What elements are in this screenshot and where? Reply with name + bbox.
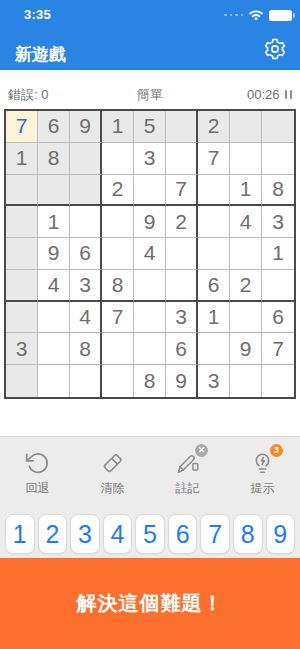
eraser-icon [99, 450, 126, 476]
erase-label: 清除 [101, 480, 125, 497]
cell-r3c7[interactable] [198, 175, 230, 207]
cell-r8c2[interactable] [38, 333, 70, 365]
cell-r3c2[interactable] [38, 175, 70, 207]
cell-r1c3[interactable]: 9 [70, 111, 102, 143]
cell-r6c8[interactable]: 2 [230, 270, 262, 302]
cell-r3c1[interactable] [6, 175, 38, 207]
cell-r1c2[interactable]: 6 [38, 111, 70, 143]
hint-label: 提示 [251, 480, 275, 497]
cell-r2c9[interactable] [262, 143, 294, 175]
undo-button[interactable]: 回退 [0, 450, 75, 497]
numpad-4[interactable]: 4 [103, 514, 133, 554]
cell-r8c6[interactable]: 6 [166, 333, 198, 365]
hint-bulb-icon: 3 [249, 450, 276, 476]
cell-r5c9[interactable]: 1 [262, 238, 294, 270]
cell-r2c5[interactable]: 3 [134, 143, 166, 175]
cell-r2c8[interactable] [230, 143, 262, 175]
status-icons [224, 9, 292, 21]
status-time: 3:35 [24, 7, 51, 22]
cell-r4c5[interactable]: 9 [134, 206, 166, 238]
cell-r2c6[interactable] [166, 143, 198, 175]
notes-button[interactable]: ✕ 註記 [150, 450, 225, 497]
toolbar: 回退 清除 ✕ 註記 [0, 450, 300, 497]
cell-r7c2[interactable] [38, 302, 70, 334]
notes-label: 註記 [176, 480, 200, 497]
hint-count-badge: 3 [270, 444, 283, 457]
numpad-8[interactable]: 8 [233, 514, 263, 554]
cell-r6c3[interactable]: 3 [70, 270, 102, 302]
cell-r9c3[interactable] [70, 365, 102, 397]
solve-banner-label: 解決這個難題！ [77, 590, 224, 617]
numpad-9[interactable]: 9 [266, 514, 296, 554]
cell-r1c5[interactable]: 5 [134, 111, 166, 143]
cell-r6c5[interactable] [134, 270, 166, 302]
cell-r3c8[interactable]: 1 [230, 175, 262, 207]
page-title: 新遊戲 [15, 43, 66, 66]
battery-icon [269, 10, 292, 21]
header: 3:35 新遊戲 [0, 0, 300, 70]
notes-off-badge: ✕ [195, 444, 208, 457]
cell-r5c6[interactable] [166, 238, 198, 270]
difficulty-label: 簡單 [103, 86, 198, 104]
cell-r5c4[interactable] [102, 238, 134, 270]
cell-r8c5[interactable] [134, 333, 166, 365]
cell-r8c7[interactable] [198, 333, 230, 365]
cell-r3c4[interactable]: 2 [102, 175, 134, 207]
cell-r9c8[interactable] [230, 365, 262, 397]
cell-r4c7[interactable] [198, 206, 230, 238]
undo-label: 回退 [26, 480, 50, 497]
cell-r3c6[interactable]: 7 [166, 175, 198, 207]
cell-r7c6[interactable]: 3 [166, 302, 198, 334]
cell-r9c5[interactable]: 8 [134, 365, 166, 397]
cell-r8c8[interactable]: 9 [230, 333, 262, 365]
cell-r9c9[interactable] [262, 365, 294, 397]
cell-r7c8[interactable] [230, 302, 262, 334]
cell-r2c1[interactable]: 1 [6, 143, 38, 175]
cell-r6c2[interactable]: 4 [38, 270, 70, 302]
cell-r6c4[interactable]: 8 [102, 270, 134, 302]
cell-r7c7[interactable]: 1 [198, 302, 230, 334]
errors-count: 錯誤: 0 [8, 86, 103, 104]
cell-r5c8[interactable] [230, 238, 262, 270]
cell-r8c9[interactable]: 7 [262, 333, 294, 365]
cell-r7c3[interactable]: 4 [70, 302, 102, 334]
notes-pencil-icon: ✕ [174, 450, 201, 476]
cell-r6c7[interactable]: 6 [198, 270, 230, 302]
info-bar: 錯誤: 0 簡單 00:26 [0, 70, 300, 109]
cell-r9c6[interactable]: 9 [166, 365, 198, 397]
cell-r2c4[interactable] [102, 143, 134, 175]
numpad-3[interactable]: 3 [70, 514, 100, 554]
gear-icon[interactable] [263, 37, 287, 61]
cell-r6c6[interactable] [166, 270, 198, 302]
numpad-5[interactable]: 5 [135, 514, 165, 554]
numpad-1[interactable]: 1 [5, 514, 35, 554]
cell-r7c1[interactable] [6, 302, 38, 334]
undo-icon [24, 450, 51, 476]
cell-r2c2[interactable]: 8 [38, 143, 70, 175]
cell-r1c6[interactable] [166, 111, 198, 143]
cell-r9c1[interactable] [6, 365, 38, 397]
cell-r5c7[interactable] [198, 238, 230, 270]
cell-r7c9[interactable]: 6 [262, 302, 294, 334]
wifi-icon [248, 9, 264, 21]
cell-r3c5[interactable] [134, 175, 166, 207]
numpad: 1 2 3 4 5 6 7 8 9 [5, 514, 295, 554]
hint-button[interactable]: 3 提示 [225, 450, 300, 497]
cell-r1c4[interactable]: 1 [102, 111, 134, 143]
cell-r1c8[interactable] [230, 111, 262, 143]
cell-r5c3[interactable]: 6 [70, 238, 102, 270]
solve-banner-button[interactable]: 解決這個難題！ [0, 558, 300, 649]
numpad-2[interactable]: 2 [38, 514, 68, 554]
erase-button[interactable]: 清除 [75, 450, 150, 497]
cell-r5c5[interactable]: 4 [134, 238, 166, 270]
cell-r4c3[interactable] [70, 206, 102, 238]
cell-r1c1[interactable]: 7 [6, 111, 38, 143]
cell-r2c7[interactable]: 7 [198, 143, 230, 175]
cell-r9c4[interactable] [102, 365, 134, 397]
cell-r4c8[interactable]: 4 [230, 206, 262, 238]
cell-r2c3[interactable] [70, 143, 102, 175]
cell-r5c1[interactable] [6, 238, 38, 270]
timer: 00:26 [247, 87, 280, 102]
pause-icon[interactable] [285, 90, 293, 99]
cellular-dots-icon [224, 14, 243, 17]
cell-r4c2[interactable]: 1 [38, 206, 70, 238]
cell-r1c9[interactable] [262, 111, 294, 143]
cell-r6c1[interactable] [6, 270, 38, 302]
cell-r7c4[interactable]: 7 [102, 302, 134, 334]
cell-r4c1[interactable] [6, 206, 38, 238]
numpad-7[interactable]: 7 [200, 514, 230, 554]
cell-r9c7[interactable]: 3 [198, 365, 230, 397]
cell-r8c1[interactable]: 3 [6, 333, 38, 365]
cell-r3c3[interactable] [70, 175, 102, 207]
cell-r3c9[interactable]: 8 [262, 175, 294, 207]
sudoku-grid: 7691521837271819243964143862473163869789… [4, 109, 296, 399]
cell-r4c6[interactable]: 2 [166, 206, 198, 238]
numpad-6[interactable]: 6 [168, 514, 198, 554]
cell-r9c2[interactable] [38, 365, 70, 397]
cell-r4c4[interactable] [102, 206, 134, 238]
cell-r6c9[interactable] [262, 270, 294, 302]
cell-r8c3[interactable]: 8 [70, 333, 102, 365]
cell-r1c7[interactable]: 2 [198, 111, 230, 143]
cell-r7c5[interactable] [134, 302, 166, 334]
cell-r4c9[interactable]: 3 [262, 206, 294, 238]
cell-r5c2[interactable]: 9 [38, 238, 70, 270]
cell-r8c4[interactable] [102, 333, 134, 365]
